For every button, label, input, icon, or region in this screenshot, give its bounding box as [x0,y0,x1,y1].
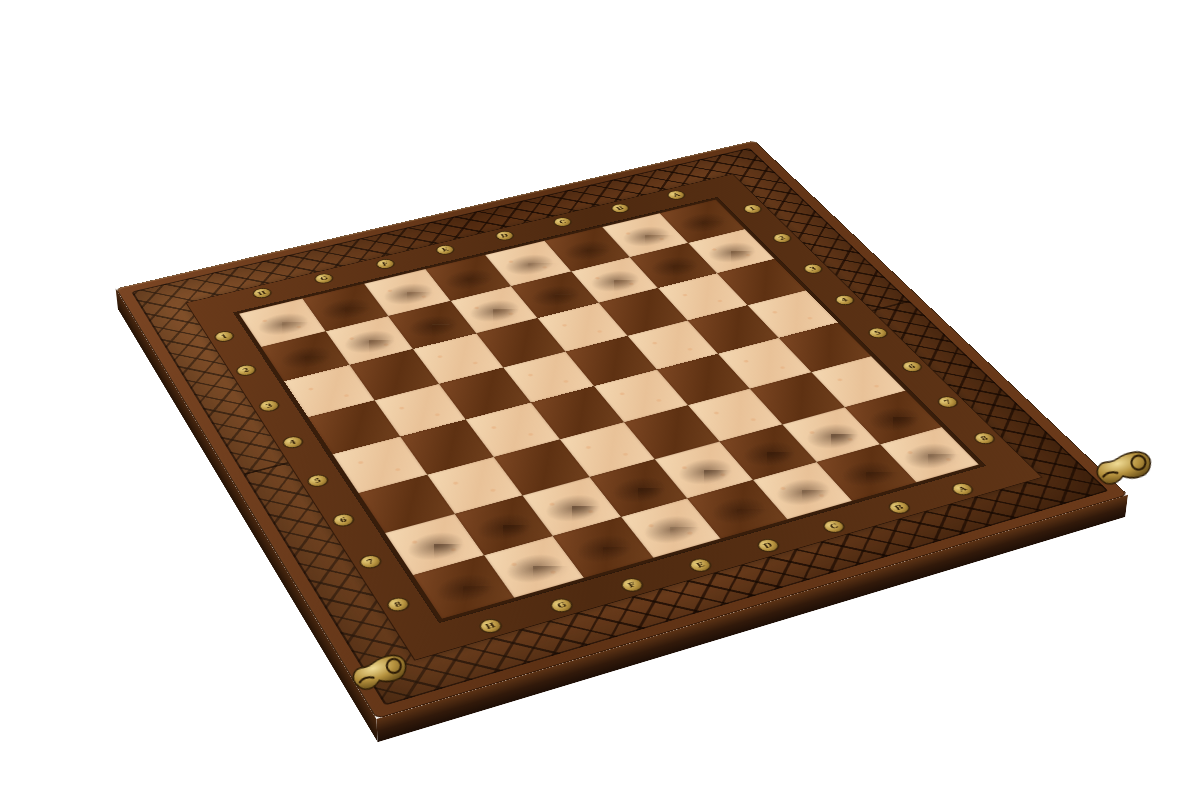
piece-glyph: ♟ [647,215,699,273]
chess-board: ♜♞♝♛♚♝♞♜♟♟♟♟♟♟♟♟♟♟♟♟♟♟♟♟♜♞♝♛♚♝♞♜ HH11GG2… [116,141,1128,719]
piece-glyph: ♜ [426,512,500,595]
piece-glyph: ♟ [528,243,581,302]
piece-glyph: ♟ [467,258,520,317]
piece-glyph: ♟ [278,303,333,364]
piece-glyph: ♟ [342,287,396,347]
piece-glyph: ♟ [588,229,640,287]
scene: ♜♞♝♛♚♝♞♜♟♟♟♟♟♟♟♟♟♟♟♟♟♟♟♟♜♞♝♛♚♝♞♜ HH11GG2… [0,0,1200,800]
piece-glyph: ♞ [492,482,576,575]
board-face: ♜♞♝♛♚♝♞♜♟♟♟♟♟♟♟♟♟♟♟♟♟♟♟♟♜♞♝♛♚♝♞♜ HH11GG2… [116,141,1128,719]
piece-glyph: ♟ [405,272,459,332]
